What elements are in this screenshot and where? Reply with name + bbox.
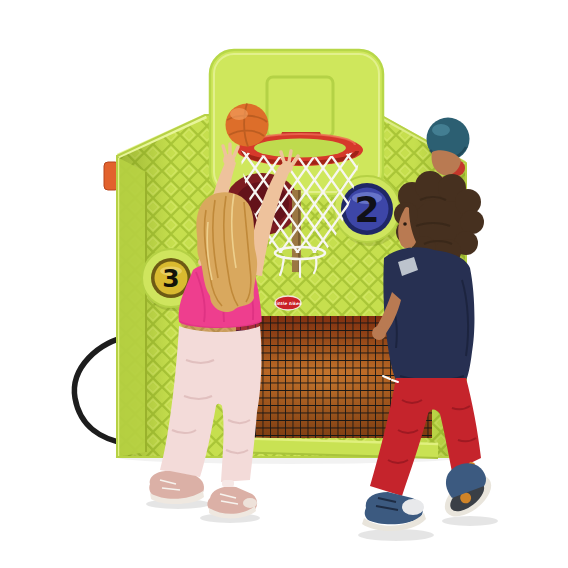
boy-shirt — [383, 247, 474, 380]
photo-artwork: little tikes 3 2 — [0, 0, 568, 568]
panel-side-strip — [117, 157, 146, 457]
little-tikes-logo: little tikes — [274, 296, 301, 310]
boy-eye — [403, 222, 407, 226]
product-photo: little tikes 3 2 — [0, 0, 568, 568]
orange-basketball — [226, 104, 269, 147]
badge-3-number: 3 — [162, 264, 179, 293]
badge-2-number: 2 — [354, 189, 379, 230]
logo-text: little tikes — [274, 301, 301, 306]
